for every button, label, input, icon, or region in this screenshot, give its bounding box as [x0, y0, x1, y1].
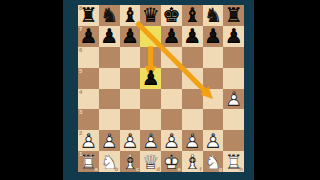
piece-black-knight[interactable]: ♞♘ — [99, 5, 120, 26]
piece-fill-glyph: ♟ — [182, 130, 203, 151]
piece-outline-glyph: ♘ — [99, 151, 120, 172]
square-h1[interactable]: h♜♖ — [223, 151, 244, 172]
square-e6[interactable] — [161, 47, 182, 68]
piece-fill-glyph: ♜ — [223, 5, 244, 26]
square-g3[interactable] — [203, 109, 224, 130]
piece-outline-glyph: ♖ — [78, 5, 99, 26]
square-d3[interactable] — [140, 109, 161, 130]
square-g5[interactable] — [203, 68, 224, 89]
square-h7[interactable]: ♟♙ — [223, 26, 244, 47]
piece-black-rook[interactable]: ♜♖ — [78, 5, 99, 26]
square-a1[interactable]: 1a♜♖ — [78, 151, 99, 172]
square-g2[interactable]: ♟♙ — [203, 130, 224, 151]
piece-outline-glyph: ♙ — [223, 89, 244, 110]
square-a6[interactable]: 6 — [78, 47, 99, 68]
piece-outline-glyph: ♙ — [223, 26, 244, 47]
piece-black-bishop[interactable]: ♝♗ — [120, 5, 141, 26]
square-g7[interactable]: ♟♙ — [203, 26, 224, 47]
piece-fill-glyph: ♝ — [182, 151, 203, 172]
piece-black-knight[interactable]: ♞♘ — [203, 5, 224, 26]
chess-board: 8♜♖♞♘♝♗♛♕♚♔♝♗♞♘♜♖7♟♙♟♙♟♙♟♙♟♙♟♙♟♙65♟♙4♟♙3… — [78, 5, 244, 172]
piece-fill-glyph: ♜ — [78, 5, 99, 26]
piece-fill-glyph: ♟ — [161, 26, 182, 47]
square-d8[interactable]: ♛♕ — [140, 5, 161, 26]
square-e2[interactable]: ♟♙ — [161, 130, 182, 151]
piece-fill-glyph: ♜ — [223, 151, 244, 172]
square-b6[interactable] — [99, 47, 120, 68]
square-a8[interactable]: 8♜♖ — [78, 5, 99, 26]
app-background: 8♜♖♞♘♝♗♛♕♚♔♝♗♞♘♜♖7♟♙♟♙♟♙♟♙♟♙♟♙♟♙65♟♙4♟♙3… — [0, 0, 320, 180]
square-f5[interactable] — [182, 68, 203, 89]
piece-fill-glyph: ♝ — [120, 151, 141, 172]
piece-black-pawn[interactable]: ♟♙ — [99, 26, 120, 47]
square-h8[interactable]: ♜♖ — [223, 5, 244, 26]
piece-outline-glyph: ♙ — [99, 26, 120, 47]
piece-black-pawn[interactable]: ♟♙ — [78, 26, 99, 47]
square-d1[interactable]: d♛♕ — [140, 151, 161, 172]
piece-fill-glyph: ♟ — [78, 130, 99, 151]
piece-white-pawn[interactable]: ♟♙ — [78, 130, 99, 151]
piece-fill-glyph: ♟ — [140, 130, 161, 151]
board-frame: 8♜♖♞♘♝♗♛♕♚♔♝♗♞♘♜♖7♟♙♟♙♟♙♟♙♟♙♟♙♟♙65♟♙4♟♙3… — [63, 0, 254, 180]
square-f3[interactable] — [182, 109, 203, 130]
piece-fill-glyph: ♟ — [203, 130, 224, 151]
piece-white-pawn[interactable]: ♟♙ — [223, 89, 244, 110]
piece-white-pawn[interactable]: ♟♙ — [203, 130, 224, 151]
square-h5[interactable] — [223, 68, 244, 89]
piece-outline-glyph: ♔ — [161, 151, 182, 172]
piece-fill-glyph: ♟ — [223, 26, 244, 47]
piece-outline-glyph: ♙ — [78, 130, 99, 151]
square-h2[interactable] — [223, 130, 244, 151]
square-g4[interactable] — [203, 89, 224, 110]
piece-outline-glyph: ♙ — [140, 68, 161, 89]
square-c3[interactable] — [120, 109, 141, 130]
piece-outline-glyph: ♘ — [203, 151, 224, 172]
piece-fill-glyph: ♟ — [99, 130, 120, 151]
square-b3[interactable] — [99, 109, 120, 130]
square-d5[interactable]: ♟♙ — [140, 68, 161, 89]
square-e3[interactable] — [161, 109, 182, 130]
piece-outline-glyph: ♗ — [182, 5, 203, 26]
piece-fill-glyph: ♝ — [120, 5, 141, 26]
rank-label-3: 3 — [79, 109, 82, 115]
piece-fill-glyph: ♟ — [140, 68, 161, 89]
rank-label-6: 6 — [79, 47, 82, 53]
piece-outline-glyph: ♙ — [140, 130, 161, 151]
square-c8[interactable]: ♝♗ — [120, 5, 141, 26]
piece-black-pawn[interactable]: ♟♙ — [140, 68, 161, 89]
square-f1[interactable]: f♝♗ — [182, 151, 203, 172]
piece-fill-glyph: ♞ — [203, 151, 224, 172]
piece-outline-glyph: ♘ — [99, 5, 120, 26]
piece-white-bishop[interactable]: ♝♗ — [120, 151, 141, 172]
piece-outline-glyph: ♙ — [182, 130, 203, 151]
piece-white-pawn[interactable]: ♟♙ — [140, 130, 161, 151]
square-g8[interactable]: ♞♘ — [203, 5, 224, 26]
piece-white-knight[interactable]: ♞♘ — [203, 151, 224, 172]
piece-outline-glyph: ♙ — [161, 26, 182, 47]
piece-black-rook[interactable]: ♜♖ — [223, 5, 244, 26]
piece-black-pawn[interactable]: ♟♙ — [203, 26, 224, 47]
piece-fill-glyph: ♟ — [120, 130, 141, 151]
square-f4[interactable] — [182, 89, 203, 110]
square-d7[interactable] — [140, 26, 161, 47]
piece-black-pawn[interactable]: ♟♙ — [223, 26, 244, 47]
square-b2[interactable]: ♟♙ — [99, 130, 120, 151]
piece-outline-glyph: ♙ — [120, 130, 141, 151]
square-d6[interactable] — [140, 47, 161, 68]
piece-white-queen[interactable]: ♛♕ — [140, 151, 161, 172]
piece-fill-glyph: ♚ — [161, 5, 182, 26]
piece-white-pawn[interactable]: ♟♙ — [182, 130, 203, 151]
square-b1[interactable]: b♞♘ — [99, 151, 120, 172]
square-f8[interactable]: ♝♗ — [182, 5, 203, 26]
square-b7[interactable]: ♟♙ — [99, 26, 120, 47]
piece-fill-glyph: ♝ — [182, 5, 203, 26]
square-e5[interactable] — [161, 68, 182, 89]
piece-black-pawn[interactable]: ♟♙ — [182, 26, 203, 47]
square-d2[interactable]: ♟♙ — [140, 130, 161, 151]
piece-outline-glyph: ♕ — [140, 151, 161, 172]
square-a2[interactable]: 2♟♙ — [78, 130, 99, 151]
square-a4[interactable]: 4 — [78, 89, 99, 110]
piece-outline-glyph: ♙ — [99, 130, 120, 151]
square-b4[interactable] — [99, 89, 120, 110]
piece-outline-glyph: ♖ — [223, 151, 244, 172]
piece-outline-glyph: ♘ — [203, 5, 224, 26]
square-f7[interactable]: ♟♙ — [182, 26, 203, 47]
piece-fill-glyph: ♟ — [99, 26, 120, 47]
piece-fill-glyph: ♟ — [78, 26, 99, 47]
piece-fill-glyph: ♟ — [161, 130, 182, 151]
piece-fill-glyph: ♞ — [99, 151, 120, 172]
square-c4[interactable] — [120, 89, 141, 110]
rank-label-4: 4 — [79, 89, 82, 95]
piece-white-pawn[interactable]: ♟♙ — [99, 130, 120, 151]
piece-fill-glyph: ♜ — [78, 151, 99, 172]
piece-outline-glyph: ♙ — [203, 26, 224, 47]
piece-white-rook[interactable]: ♜♖ — [78, 151, 99, 172]
piece-outline-glyph: ♙ — [203, 130, 224, 151]
square-b5[interactable] — [99, 68, 120, 89]
piece-outline-glyph: ♙ — [161, 130, 182, 151]
square-f6[interactable] — [182, 47, 203, 68]
square-d4[interactable] — [140, 89, 161, 110]
piece-outline-glyph: ♙ — [120, 26, 141, 47]
piece-outline-glyph: ♙ — [182, 26, 203, 47]
piece-black-pawn[interactable]: ♟♙ — [120, 26, 141, 47]
piece-fill-glyph: ♟ — [203, 26, 224, 47]
square-e7[interactable]: ♟♙ — [161, 26, 182, 47]
piece-outline-glyph: ♙ — [78, 26, 99, 47]
piece-white-pawn[interactable]: ♟♙ — [120, 130, 141, 151]
square-h3[interactable] — [223, 109, 244, 130]
piece-fill-glyph: ♞ — [99, 5, 120, 26]
piece-black-bishop[interactable]: ♝♗ — [182, 5, 203, 26]
piece-fill-glyph: ♟ — [120, 26, 141, 47]
piece-fill-glyph: ♚ — [161, 151, 182, 172]
piece-white-pawn[interactable]: ♟♙ — [161, 130, 182, 151]
square-a5[interactable]: 5 — [78, 68, 99, 89]
piece-outline-glyph: ♗ — [120, 5, 141, 26]
square-e1[interactable]: e♚♔ — [161, 151, 182, 172]
piece-fill-glyph: ♟ — [182, 26, 203, 47]
square-c1[interactable]: c♝♗ — [120, 151, 141, 172]
piece-outline-glyph: ♕ — [140, 5, 161, 26]
piece-white-king[interactable]: ♚♔ — [161, 151, 182, 172]
piece-white-bishop[interactable]: ♝♗ — [182, 151, 203, 172]
square-c5[interactable] — [120, 68, 141, 89]
square-h6[interactable] — [223, 47, 244, 68]
square-c2[interactable]: ♟♙ — [120, 130, 141, 151]
square-g6[interactable] — [203, 47, 224, 68]
square-a7[interactable]: 7♟♙ — [78, 26, 99, 47]
piece-outline-glyph: ♗ — [120, 151, 141, 172]
rank-label-5: 5 — [79, 68, 82, 74]
square-h4[interactable]: ♟♙ — [223, 89, 244, 110]
piece-white-knight[interactable]: ♞♘ — [99, 151, 120, 172]
square-c7[interactable]: ♟♙ — [120, 26, 141, 47]
square-f2[interactable]: ♟♙ — [182, 130, 203, 151]
piece-fill-glyph: ♛ — [140, 151, 161, 172]
piece-black-king[interactable]: ♚♔ — [161, 5, 182, 26]
piece-black-queen[interactable]: ♛♕ — [140, 5, 161, 26]
piece-white-rook[interactable]: ♜♖ — [223, 151, 244, 172]
piece-fill-glyph: ♞ — [203, 5, 224, 26]
square-e4[interactable] — [161, 89, 182, 110]
piece-outline-glyph: ♖ — [78, 151, 99, 172]
piece-fill-glyph: ♟ — [223, 89, 244, 110]
piece-outline-glyph: ♖ — [223, 5, 244, 26]
square-e8[interactable]: ♚♔ — [161, 5, 182, 26]
square-b8[interactable]: ♞♘ — [99, 5, 120, 26]
piece-outline-glyph: ♔ — [161, 5, 182, 26]
square-c6[interactable] — [120, 47, 141, 68]
piece-outline-glyph: ♗ — [182, 151, 203, 172]
square-g1[interactable]: g♞♘ — [203, 151, 224, 172]
square-a3[interactable]: 3 — [78, 109, 99, 130]
piece-fill-glyph: ♛ — [140, 5, 161, 26]
piece-black-pawn[interactable]: ♟♙ — [161, 26, 182, 47]
